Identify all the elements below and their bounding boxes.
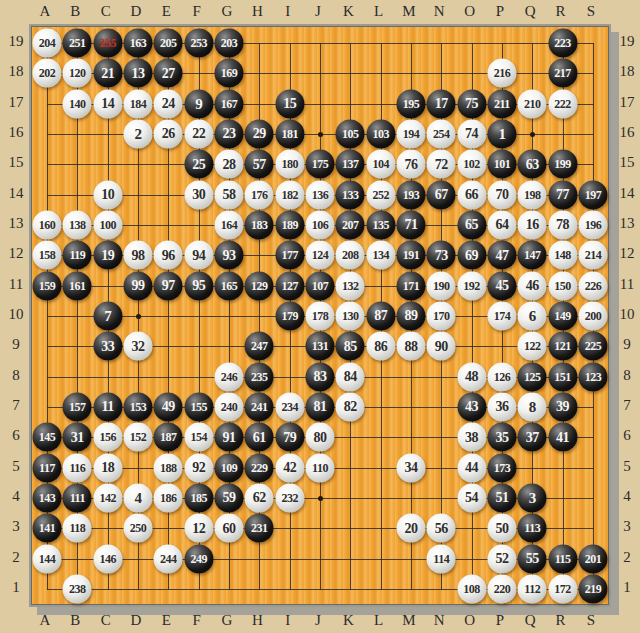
stone-H5-black[interactable]: 229 xyxy=(245,453,274,482)
move-number: 198 xyxy=(524,187,541,202)
stone-A13-white[interactable]: 160 xyxy=(33,210,62,239)
stone-K9-black[interactable]: 85 xyxy=(336,332,365,361)
move-number: 57 xyxy=(253,156,266,172)
stone-R6-black[interactable]: 41 xyxy=(548,423,577,452)
stone-C17-white[interactable]: 14 xyxy=(93,89,122,118)
stone-M5-white[interactable]: 34 xyxy=(396,453,425,482)
stone-E7-black[interactable]: 49 xyxy=(154,392,183,421)
stone-I13-black[interactable]: 189 xyxy=(275,210,304,239)
stone-J8-black[interactable]: 83 xyxy=(305,362,334,391)
move-number: 200 xyxy=(585,308,602,323)
stone-G14-white[interactable]: 58 xyxy=(214,180,243,209)
stone-H15-black[interactable]: 57 xyxy=(245,150,274,179)
stone-S11-white[interactable]: 226 xyxy=(578,271,607,300)
stone-S10-white[interactable]: 200 xyxy=(578,301,607,330)
stone-R8-black[interactable]: 151 xyxy=(548,362,577,391)
stone-D6-white[interactable]: 152 xyxy=(123,423,152,452)
stone-A19-white[interactable]: 204 xyxy=(33,29,62,58)
stone-Q2-black[interactable]: 55 xyxy=(518,544,547,573)
stone-Q3-black[interactable]: 113 xyxy=(518,514,547,543)
stone-A6-black[interactable]: 145 xyxy=(33,423,62,452)
stone-J10-white[interactable]: 178 xyxy=(305,301,334,330)
stone-D12-white[interactable]: 98 xyxy=(123,241,152,270)
column-label-top-C: C xyxy=(101,4,111,19)
stone-A18-white[interactable]: 202 xyxy=(33,59,62,88)
stone-R14-black[interactable]: 77 xyxy=(548,180,577,209)
stone-J5-white[interactable]: 110 xyxy=(305,453,334,482)
move-number: 65 xyxy=(465,217,478,233)
stone-G5-black[interactable]: 109 xyxy=(214,453,243,482)
stone-J13-white[interactable]: 106 xyxy=(305,210,334,239)
stone-A12-white[interactable]: 158 xyxy=(33,241,62,270)
move-number: 101 xyxy=(494,157,511,172)
stone-F7-black[interactable]: 155 xyxy=(184,392,213,421)
stone-D19-black[interactable]: 163 xyxy=(123,29,152,58)
stone-O7-black[interactable]: 43 xyxy=(457,392,486,421)
move-number: 132 xyxy=(342,278,359,293)
stone-S12-white[interactable]: 214 xyxy=(578,241,607,270)
stone-R18-black[interactable]: 217 xyxy=(548,59,577,88)
stone-I5-white[interactable]: 42 xyxy=(275,453,304,482)
stone-P10-white[interactable]: 174 xyxy=(487,301,516,330)
stone-Q10-white[interactable]: 6 xyxy=(518,301,547,330)
stone-Q7-white[interactable]: 8 xyxy=(518,392,547,421)
column-label-top-K: K xyxy=(343,4,354,19)
move-number: 147 xyxy=(524,248,541,263)
stone-G8-white[interactable]: 246 xyxy=(214,362,243,391)
stone-D7-black[interactable]: 153 xyxy=(123,392,152,421)
stone-O4-white[interactable]: 54 xyxy=(457,483,486,512)
move-number: 110 xyxy=(312,460,328,475)
move-number: 104 xyxy=(372,157,389,172)
stone-J15-black[interactable]: 175 xyxy=(305,150,334,179)
column-label-bottom-R: R xyxy=(556,613,566,628)
stone-H11-black[interactable]: 129 xyxy=(245,271,274,300)
stone-I15-white[interactable]: 180 xyxy=(275,150,304,179)
stone-S14-black[interactable]: 197 xyxy=(578,180,607,209)
move-number: 226 xyxy=(585,278,602,293)
stone-O1-white[interactable]: 108 xyxy=(457,574,486,603)
stone-F15-black[interactable]: 25 xyxy=(184,150,213,179)
stone-C12-black[interactable]: 19 xyxy=(93,241,122,270)
move-number: 105 xyxy=(342,126,359,141)
stone-M12-black[interactable]: 191 xyxy=(396,241,425,270)
stone-P7-white[interactable]: 36 xyxy=(487,392,516,421)
stone-H8-black[interactable]: 235 xyxy=(245,362,274,391)
stone-O16-white[interactable]: 74 xyxy=(457,119,486,148)
stone-R12-white[interactable]: 148 xyxy=(548,241,577,270)
stone-L9-white[interactable]: 86 xyxy=(366,332,395,361)
stone-O15-white[interactable]: 102 xyxy=(457,150,486,179)
stone-C7-black[interactable]: 11 xyxy=(93,392,122,421)
stone-C19-black[interactable]: 255 xyxy=(93,29,122,58)
stone-A5-black[interactable]: 117 xyxy=(33,453,62,482)
stone-K13-black[interactable]: 207 xyxy=(336,210,365,239)
stone-P8-white[interactable]: 126 xyxy=(487,362,516,391)
stone-B13-white[interactable]: 138 xyxy=(63,210,92,239)
move-number: 178 xyxy=(312,308,329,323)
stone-K14-black[interactable]: 133 xyxy=(336,180,365,209)
move-number: 140 xyxy=(69,96,86,111)
stone-E16-white[interactable]: 26 xyxy=(154,119,183,148)
move-number: 41 xyxy=(556,429,569,445)
stone-S9-black[interactable]: 225 xyxy=(578,332,607,361)
move-number: 15 xyxy=(283,96,296,112)
stone-H6-black[interactable]: 61 xyxy=(245,423,274,452)
stone-Q12-black[interactable]: 147 xyxy=(518,241,547,270)
hoshi-J4 xyxy=(318,496,323,501)
stone-N15-white[interactable]: 72 xyxy=(427,150,456,179)
stone-Q4-black[interactable]: 3 xyxy=(518,483,547,512)
stone-R2-black[interactable]: 115 xyxy=(548,544,577,573)
move-number: 88 xyxy=(404,338,417,354)
move-number: 219 xyxy=(585,581,602,596)
stone-R15-black[interactable]: 199 xyxy=(548,150,577,179)
move-number: 111 xyxy=(70,490,85,505)
stone-P14-white[interactable]: 70 xyxy=(487,180,516,209)
stone-I17-black[interactable]: 15 xyxy=(275,89,304,118)
stone-P16-black[interactable]: 1 xyxy=(487,119,516,148)
stone-N2-white[interactable]: 114 xyxy=(427,544,456,573)
stone-D3-white[interactable]: 250 xyxy=(123,514,152,543)
hoshi-D10 xyxy=(136,314,141,319)
stone-B1-white[interactable]: 238 xyxy=(63,574,92,603)
stone-R17-white[interactable]: 222 xyxy=(548,89,577,118)
stone-L10-black[interactable]: 87 xyxy=(366,301,395,330)
stone-G17-black[interactable]: 167 xyxy=(214,89,243,118)
stone-L13-black[interactable]: 135 xyxy=(366,210,395,239)
stone-P4-black[interactable]: 51 xyxy=(487,483,516,512)
stone-M3-white[interactable]: 20 xyxy=(396,514,425,543)
stone-G15-white[interactable]: 28 xyxy=(214,150,243,179)
stone-D16-white[interactable]: 2 xyxy=(123,119,152,148)
stone-G13-white[interactable]: 164 xyxy=(214,210,243,239)
move-number: 149 xyxy=(554,308,571,323)
move-number: 240 xyxy=(221,399,238,414)
row-label-left-6: 6 xyxy=(12,428,20,443)
stone-O14-white[interactable]: 66 xyxy=(457,180,486,209)
stone-L16-black[interactable]: 103 xyxy=(366,119,395,148)
stone-B4-black[interactable]: 111 xyxy=(63,483,92,512)
move-number: 143 xyxy=(39,490,56,505)
stone-I11-black[interactable]: 127 xyxy=(275,271,304,300)
move-number: 246 xyxy=(221,369,238,384)
stone-F6-white[interactable]: 154 xyxy=(184,423,213,452)
move-number: 195 xyxy=(403,96,420,111)
move-number: 37 xyxy=(526,429,539,445)
move-number: 12 xyxy=(192,520,205,536)
move-number: 188 xyxy=(160,460,177,475)
move-number: 115 xyxy=(555,551,571,566)
move-number: 107 xyxy=(312,278,329,293)
move-number: 23 xyxy=(222,126,235,142)
move-number: 100 xyxy=(99,217,116,232)
stone-M17-black[interactable]: 195 xyxy=(396,89,425,118)
stone-N12-black[interactable]: 73 xyxy=(427,241,456,270)
stone-N16-white[interactable]: 254 xyxy=(427,119,456,148)
stone-C4-white[interactable]: 142 xyxy=(93,483,122,512)
stone-I10-black[interactable]: 179 xyxy=(275,301,304,330)
stone-D11-black[interactable]: 99 xyxy=(123,271,152,300)
column-label-top-E: E xyxy=(162,4,171,19)
stone-F3-white[interactable]: 12 xyxy=(184,514,213,543)
move-number: 184 xyxy=(130,96,147,111)
stone-Q11-white[interactable]: 46 xyxy=(518,271,547,300)
stone-S13-white[interactable]: 196 xyxy=(578,210,607,239)
move-number: 2 xyxy=(134,125,141,142)
stone-S2-black[interactable]: 201 xyxy=(578,544,607,573)
stone-D17-white[interactable]: 184 xyxy=(123,89,152,118)
column-label-bottom-F: F xyxy=(192,613,200,628)
stone-F2-black[interactable]: 249 xyxy=(184,544,213,573)
stone-M11-black[interactable]: 171 xyxy=(396,271,425,300)
stone-C2-white[interactable]: 146 xyxy=(93,544,122,573)
move-number: 114 xyxy=(433,551,449,566)
stone-E19-black[interactable]: 205 xyxy=(154,29,183,58)
stone-N9-white[interactable]: 90 xyxy=(427,332,456,361)
stone-R1-white[interactable]: 172 xyxy=(548,574,577,603)
stone-O13-black[interactable]: 65 xyxy=(457,210,486,239)
stone-K12-white[interactable]: 208 xyxy=(336,241,365,270)
stone-J12-white[interactable]: 124 xyxy=(305,241,334,270)
stone-G6-black[interactable]: 91 xyxy=(214,423,243,452)
move-number: 92 xyxy=(192,460,205,476)
stone-M9-white[interactable]: 88 xyxy=(396,332,425,361)
stone-I16-black[interactable]: 181 xyxy=(275,119,304,148)
stone-P13-white[interactable]: 64 xyxy=(487,210,516,239)
move-number: 93 xyxy=(222,247,235,263)
stone-M14-black[interactable]: 193 xyxy=(396,180,425,209)
stone-P12-black[interactable]: 47 xyxy=(487,241,516,270)
stone-I12-black[interactable]: 177 xyxy=(275,241,304,270)
stone-G4-black[interactable]: 59 xyxy=(214,483,243,512)
move-number: 7 xyxy=(104,307,111,324)
stone-B12-black[interactable]: 119 xyxy=(63,241,92,270)
stone-E17-white[interactable]: 24 xyxy=(154,89,183,118)
move-number: 249 xyxy=(190,551,207,566)
stone-H3-black[interactable]: 231 xyxy=(245,514,274,543)
stone-F5-white[interactable]: 92 xyxy=(184,453,213,482)
stone-R7-black[interactable]: 39 xyxy=(548,392,577,421)
stone-A2-white[interactable]: 144 xyxy=(33,544,62,573)
stone-C18-black[interactable]: 21 xyxy=(93,59,122,88)
stone-C13-white[interactable]: 100 xyxy=(93,210,122,239)
stone-I6-black[interactable]: 79 xyxy=(275,423,304,452)
stone-M13-black[interactable]: 71 xyxy=(396,210,425,239)
move-number: 232 xyxy=(281,490,298,505)
stone-H9-black[interactable]: 247 xyxy=(245,332,274,361)
stone-E5-white[interactable]: 188 xyxy=(154,453,183,482)
row-label-right-17: 17 xyxy=(620,94,635,109)
stone-D9-white[interactable]: 32 xyxy=(123,332,152,361)
stone-I7-white[interactable]: 234 xyxy=(275,392,304,421)
move-number: 234 xyxy=(281,399,298,414)
stone-K11-white[interactable]: 132 xyxy=(336,271,365,300)
move-number: 133 xyxy=(342,187,359,202)
stone-B3-white[interactable]: 118 xyxy=(63,514,92,543)
move-number: 29 xyxy=(253,126,266,142)
column-label-top-L: L xyxy=(374,4,383,19)
stone-Q15-black[interactable]: 63 xyxy=(518,150,547,179)
stone-K7-white[interactable]: 82 xyxy=(336,392,365,421)
stone-G7-white[interactable]: 240 xyxy=(214,392,243,421)
stone-A11-black[interactable]: 159 xyxy=(33,271,62,300)
move-number: 52 xyxy=(495,551,508,567)
stone-J9-black[interactable]: 131 xyxy=(305,332,334,361)
stone-E12-white[interactable]: 96 xyxy=(154,241,183,270)
stone-O17-black[interactable]: 75 xyxy=(457,89,486,118)
stone-K16-black[interactable]: 105 xyxy=(336,119,365,148)
move-number: 112 xyxy=(524,581,540,596)
stone-P5-black[interactable]: 173 xyxy=(487,453,516,482)
hoshi-J16 xyxy=(318,132,323,137)
stone-L14-white[interactable]: 252 xyxy=(366,180,395,209)
row-label-right-1: 1 xyxy=(623,579,631,594)
stone-B6-black[interactable]: 31 xyxy=(63,423,92,452)
stone-O12-black[interactable]: 69 xyxy=(457,241,486,270)
stone-O5-white[interactable]: 44 xyxy=(457,453,486,482)
stone-N14-black[interactable]: 67 xyxy=(427,180,456,209)
stone-G11-black[interactable]: 165 xyxy=(214,271,243,300)
stone-J14-white[interactable]: 136 xyxy=(305,180,334,209)
stone-F12-white[interactable]: 94 xyxy=(184,241,213,270)
stone-F19-black[interactable]: 253 xyxy=(184,29,213,58)
stone-S1-black[interactable]: 219 xyxy=(578,574,607,603)
move-number: 109 xyxy=(221,460,238,475)
stone-G16-black[interactable]: 23 xyxy=(214,119,243,148)
stone-N10-white[interactable]: 170 xyxy=(427,301,456,330)
stone-K8-white[interactable]: 84 xyxy=(336,362,365,391)
column-label-bottom-I: I xyxy=(285,613,290,628)
stone-I4-white[interactable]: 232 xyxy=(275,483,304,512)
stone-G19-black[interactable]: 203 xyxy=(214,29,243,58)
stone-K10-white[interactable]: 130 xyxy=(336,301,365,330)
move-number: 164 xyxy=(221,217,238,232)
move-number: 119 xyxy=(69,248,85,263)
stone-R19-black[interactable]: 223 xyxy=(548,29,577,58)
stone-C6-white[interactable]: 156 xyxy=(93,423,122,452)
stone-B19-black[interactable]: 251 xyxy=(63,29,92,58)
stone-P18-white[interactable]: 216 xyxy=(487,59,516,88)
stone-N3-white[interactable]: 56 xyxy=(427,514,456,543)
move-number: 216 xyxy=(494,66,511,81)
column-label-bottom-B: B xyxy=(70,613,80,628)
move-number: 54 xyxy=(465,490,478,506)
stone-B17-white[interactable]: 140 xyxy=(63,89,92,118)
stone-C10-black[interactable]: 7 xyxy=(93,301,122,330)
stone-F14-white[interactable]: 30 xyxy=(184,180,213,209)
stone-C9-black[interactable]: 33 xyxy=(93,332,122,361)
stone-Q6-black[interactable]: 37 xyxy=(518,423,547,452)
stone-P17-black[interactable]: 211 xyxy=(487,89,516,118)
stone-P6-black[interactable]: 35 xyxy=(487,423,516,452)
stone-O6-white[interactable]: 38 xyxy=(457,423,486,452)
stone-B7-black[interactable]: 157 xyxy=(63,392,92,421)
stone-E2-white[interactable]: 244 xyxy=(154,544,183,573)
stone-F16-white[interactable]: 22 xyxy=(184,119,213,148)
stone-D18-black[interactable]: 13 xyxy=(123,59,152,88)
stone-O11-white[interactable]: 192 xyxy=(457,271,486,300)
stone-G12-black[interactable]: 93 xyxy=(214,241,243,270)
stone-Q14-white[interactable]: 198 xyxy=(518,180,547,209)
stone-Q9-white[interactable]: 122 xyxy=(518,332,547,361)
stone-N17-black[interactable]: 17 xyxy=(427,89,456,118)
stone-H13-black[interactable]: 183 xyxy=(245,210,274,239)
stone-P2-white[interactable]: 52 xyxy=(487,544,516,573)
stone-O8-white[interactable]: 48 xyxy=(457,362,486,391)
move-number: 189 xyxy=(281,217,298,232)
move-number: 18 xyxy=(101,460,114,476)
stone-P3-white[interactable]: 50 xyxy=(487,514,516,543)
stone-R13-white[interactable]: 78 xyxy=(548,210,577,239)
row-label-left-1: 1 xyxy=(12,579,20,594)
stone-B11-black[interactable]: 161 xyxy=(63,271,92,300)
stone-R10-black[interactable]: 149 xyxy=(548,301,577,330)
stone-A4-black[interactable]: 143 xyxy=(33,483,62,512)
move-number: 144 xyxy=(39,551,56,566)
stone-P15-black[interactable]: 101 xyxy=(487,150,516,179)
stone-Q17-white[interactable]: 210 xyxy=(518,89,547,118)
stone-J6-white[interactable]: 80 xyxy=(305,423,334,452)
stone-E6-black[interactable]: 187 xyxy=(154,423,183,452)
stone-H7-black[interactable]: 241 xyxy=(245,392,274,421)
stone-P11-black[interactable]: 45 xyxy=(487,271,516,300)
stone-F11-black[interactable]: 95 xyxy=(184,271,213,300)
move-number: 220 xyxy=(494,581,511,596)
stone-L15-white[interactable]: 104 xyxy=(366,150,395,179)
stone-I14-white[interactable]: 182 xyxy=(275,180,304,209)
stone-C14-white[interactable]: 10 xyxy=(93,180,122,209)
stone-F4-black[interactable]: 185 xyxy=(184,483,213,512)
stone-C5-white[interactable]: 18 xyxy=(93,453,122,482)
stone-F17-black[interactable]: 9 xyxy=(184,89,213,118)
stone-Q13-white[interactable]: 16 xyxy=(518,210,547,239)
stone-R9-black[interactable]: 121 xyxy=(548,332,577,361)
stone-L12-white[interactable]: 134 xyxy=(366,241,395,270)
stone-B5-white[interactable]: 116 xyxy=(63,453,92,482)
stone-G3-white[interactable]: 60 xyxy=(214,514,243,543)
stone-E18-black[interactable]: 27 xyxy=(154,59,183,88)
stone-M15-white[interactable]: 76 xyxy=(396,150,425,179)
stone-R11-white[interactable]: 150 xyxy=(548,271,577,300)
stone-A3-black[interactable]: 141 xyxy=(33,514,62,543)
stone-J7-black[interactable]: 81 xyxy=(305,392,334,421)
stone-H14-white[interactable]: 176 xyxy=(245,180,274,209)
stone-E11-black[interactable]: 97 xyxy=(154,271,183,300)
stone-M10-black[interactable]: 89 xyxy=(396,301,425,330)
move-number: 247 xyxy=(251,339,268,354)
stone-M16-white[interactable]: 194 xyxy=(396,119,425,148)
move-number: 6 xyxy=(529,307,536,324)
stone-Q8-black[interactable]: 125 xyxy=(518,362,547,391)
stone-H4-white[interactable]: 62 xyxy=(245,483,274,512)
move-number: 36 xyxy=(495,399,508,415)
stone-D4-white[interactable]: 4 xyxy=(123,483,152,512)
stone-N11-white[interactable]: 190 xyxy=(427,271,456,300)
stone-K15-black[interactable]: 137 xyxy=(336,150,365,179)
stone-P1-white[interactable]: 220 xyxy=(487,574,516,603)
stone-E4-white[interactable]: 186 xyxy=(154,483,183,512)
stone-G18-black[interactable]: 169 xyxy=(214,59,243,88)
move-number: 89 xyxy=(404,308,417,324)
stone-B18-white[interactable]: 120 xyxy=(63,59,92,88)
move-number: 174 xyxy=(494,308,511,323)
stone-Q1-white[interactable]: 112 xyxy=(518,574,547,603)
stone-S8-black[interactable]: 123 xyxy=(578,362,607,391)
stone-J11-black[interactable]: 107 xyxy=(305,271,334,300)
move-number: 83 xyxy=(313,369,326,385)
stone-H16-black[interactable]: 29 xyxy=(245,119,274,148)
